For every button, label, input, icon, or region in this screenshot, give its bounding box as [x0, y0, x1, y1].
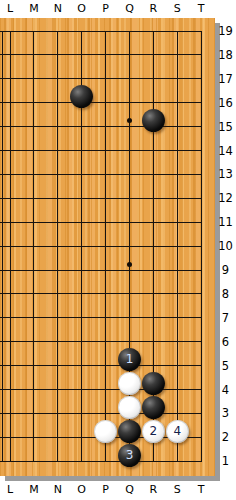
row-label-12: 12	[216, 190, 235, 206]
star-point-Q16	[127, 118, 132, 123]
row-label-17: 17	[216, 71, 235, 87]
white-stone-Q5[interactable]	[118, 372, 141, 395]
row-label-16: 16	[216, 95, 235, 111]
intersection-grid: 1243	[0, 37, 213, 491]
column-label-R: R	[141, 1, 165, 16]
white-stone-R3[interactable]: 2	[142, 420, 165, 443]
black-stone-R5[interactable]	[142, 372, 165, 395]
column-label-P: P	[94, 482, 118, 497]
column-label-M: M	[22, 482, 46, 497]
column-label-Q: Q	[118, 1, 142, 16]
row-label-2: 2	[216, 429, 235, 445]
column-label-L: L	[0, 1, 22, 16]
row-label-8: 8	[216, 286, 235, 302]
column-label-T: T	[189, 482, 213, 497]
row-label-18: 18	[216, 47, 235, 63]
column-label-N: N	[46, 482, 70, 497]
move-number-2: 2	[150, 420, 158, 443]
row-label-4: 4	[216, 382, 235, 398]
row-label-13: 13	[216, 166, 235, 182]
black-stone-Q2[interactable]: 3	[118, 444, 141, 467]
column-label-Q: Q	[118, 482, 142, 497]
black-stone-O17[interactable]	[70, 85, 93, 108]
column-label-L: L	[0, 482, 22, 497]
white-stone-S3[interactable]: 4	[166, 420, 189, 443]
column-label-O: O	[70, 482, 94, 497]
grid-hline-19	[0, 31, 202, 32]
row-label-7: 7	[216, 310, 235, 326]
row-label-10: 10	[216, 238, 235, 254]
row-label-15: 15	[216, 119, 235, 135]
column-label-S: S	[165, 482, 189, 497]
column-label-R: R	[141, 482, 165, 497]
row-label-11: 11	[216, 214, 235, 230]
row-label-19: 19	[216, 23, 235, 39]
move-number-4: 4	[173, 420, 181, 443]
black-stone-R4[interactable]	[142, 396, 165, 419]
star-point-Q10	[127, 262, 132, 267]
black-stone-Q6[interactable]: 1	[118, 348, 141, 371]
go-board-diagram: LMNOPQRST 1243 LMNOPQRST 191817161514131…	[0, 0, 236, 500]
row-label-6: 6	[216, 334, 235, 350]
row-label-14: 14	[216, 143, 235, 159]
column-label-N: N	[46, 1, 70, 16]
column-label-P: P	[94, 1, 118, 16]
black-stone-Q3[interactable]	[118, 420, 141, 443]
move-number-3: 3	[126, 444, 134, 467]
column-label-M: M	[22, 1, 46, 16]
row-label-1: 1	[216, 453, 235, 469]
go-board[interactable]: 1243	[0, 18, 215, 476]
board-shadow-bottom	[5, 476, 220, 481]
column-label-O: O	[70, 1, 94, 16]
white-stone-P3[interactable]	[94, 420, 117, 443]
column-label-S: S	[165, 1, 189, 16]
black-stone-R16[interactable]	[142, 109, 165, 132]
move-number-1: 1	[126, 348, 134, 371]
row-label-3: 3	[216, 405, 235, 421]
column-label-T: T	[189, 1, 213, 16]
row-label-9: 9	[216, 262, 235, 278]
row-label-5: 5	[216, 358, 235, 374]
white-stone-Q4[interactable]	[118, 396, 141, 419]
